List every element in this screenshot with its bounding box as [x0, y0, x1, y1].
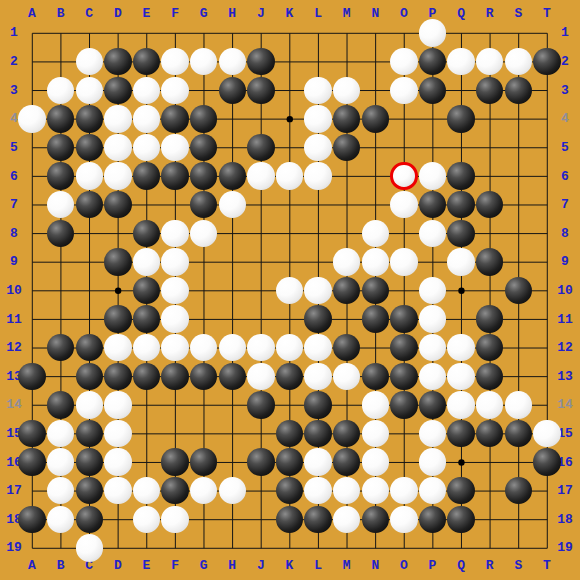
intersection-m6[interactable] — [332, 162, 361, 191]
intersection-p13[interactable] — [418, 362, 447, 391]
intersection-m2[interactable] — [332, 47, 361, 76]
intersection-p14[interactable] — [418, 391, 447, 420]
intersection-o9[interactable] — [390, 248, 419, 277]
intersection-m8[interactable] — [332, 219, 361, 248]
intersection-q8[interactable] — [447, 219, 476, 248]
intersection-j10[interactable] — [247, 276, 276, 305]
intersection-c7[interactable] — [75, 190, 104, 219]
intersection-m14[interactable] — [332, 391, 361, 420]
intersection-h16[interactable] — [218, 448, 247, 477]
intersection-e16[interactable] — [132, 448, 161, 477]
intersection-h19[interactable] — [218, 534, 247, 563]
intersection-n12[interactable] — [361, 333, 390, 362]
intersection-d18[interactable] — [104, 505, 133, 534]
intersection-p2[interactable] — [418, 47, 447, 76]
intersection-m5[interactable] — [332, 133, 361, 162]
intersection-d13[interactable] — [104, 362, 133, 391]
intersection-r14[interactable] — [475, 391, 504, 420]
intersection-b5[interactable] — [46, 133, 75, 162]
intersection-d12[interactable] — [104, 333, 133, 362]
intersection-l15[interactable] — [304, 419, 333, 448]
intersection-n6[interactable] — [361, 162, 390, 191]
intersection-n3[interactable] — [361, 76, 390, 105]
intersection-s3[interactable] — [504, 76, 533, 105]
intersection-b19[interactable] — [46, 534, 75, 563]
intersection-m9[interactable] — [332, 248, 361, 277]
intersection-h8[interactable] — [218, 219, 247, 248]
intersection-r18[interactable] — [475, 505, 504, 534]
intersection-s9[interactable] — [504, 248, 533, 277]
intersection-t6[interactable] — [533, 162, 562, 191]
intersection-m1[interactable] — [332, 19, 361, 48]
intersection-s4[interactable] — [504, 105, 533, 134]
intersection-g4[interactable] — [189, 105, 218, 134]
intersection-j3[interactable] — [247, 76, 276, 105]
intersection-h7[interactable] — [218, 190, 247, 219]
intersection-o6[interactable] — [390, 162, 419, 191]
intersection-r8[interactable] — [475, 219, 504, 248]
intersection-n9[interactable] — [361, 248, 390, 277]
intersection-o16[interactable] — [390, 448, 419, 477]
intersection-r4[interactable] — [475, 105, 504, 134]
intersection-m18[interactable] — [332, 505, 361, 534]
intersection-j11[interactable] — [247, 305, 276, 334]
intersection-k2[interactable] — [275, 47, 304, 76]
intersection-q3[interactable] — [447, 76, 476, 105]
intersection-e19[interactable] — [132, 534, 161, 563]
intersection-e1[interactable] — [132, 19, 161, 48]
intersection-a11[interactable] — [18, 305, 47, 334]
intersection-f6[interactable] — [161, 162, 190, 191]
intersection-t5[interactable] — [533, 133, 562, 162]
intersection-a18[interactable] — [18, 505, 47, 534]
intersection-t14[interactable] — [533, 391, 562, 420]
intersection-m3[interactable] — [332, 76, 361, 105]
intersection-j14[interactable] — [247, 391, 276, 420]
intersection-a3[interactable] — [18, 76, 47, 105]
intersection-a8[interactable] — [18, 219, 47, 248]
intersection-n14[interactable] — [361, 391, 390, 420]
intersection-o10[interactable] — [390, 276, 419, 305]
intersection-a14[interactable] — [18, 391, 47, 420]
intersection-r10[interactable] — [475, 276, 504, 305]
intersection-l7[interactable] — [304, 190, 333, 219]
intersection-n4[interactable] — [361, 105, 390, 134]
intersection-c16[interactable] — [75, 448, 104, 477]
intersection-t8[interactable] — [533, 219, 562, 248]
intersection-q17[interactable] — [447, 476, 476, 505]
intersection-e6[interactable] — [132, 162, 161, 191]
intersection-b14[interactable] — [46, 391, 75, 420]
intersection-b18[interactable] — [46, 505, 75, 534]
intersection-a1[interactable] — [18, 19, 47, 48]
intersection-m16[interactable] — [332, 448, 361, 477]
intersection-h18[interactable] — [218, 505, 247, 534]
intersection-b10[interactable] — [46, 276, 75, 305]
intersection-r7[interactable] — [475, 190, 504, 219]
intersection-b7[interactable] — [46, 190, 75, 219]
intersection-a5[interactable] — [18, 133, 47, 162]
intersection-f13[interactable] — [161, 362, 190, 391]
intersection-a2[interactable] — [18, 47, 47, 76]
intersection-e17[interactable] — [132, 476, 161, 505]
intersection-p17[interactable] — [418, 476, 447, 505]
intersection-j19[interactable] — [247, 534, 276, 563]
intersection-j2[interactable] — [247, 47, 276, 76]
intersection-m10[interactable] — [332, 276, 361, 305]
intersection-m12[interactable] — [332, 333, 361, 362]
intersection-k7[interactable] — [275, 190, 304, 219]
intersection-f16[interactable] — [161, 448, 190, 477]
intersection-f3[interactable] — [161, 76, 190, 105]
intersection-m15[interactable] — [332, 419, 361, 448]
intersection-g12[interactable] — [189, 333, 218, 362]
intersection-f7[interactable] — [161, 190, 190, 219]
intersection-n1[interactable] — [361, 19, 390, 48]
intersection-k11[interactable] — [275, 305, 304, 334]
intersection-p6[interactable] — [418, 162, 447, 191]
intersection-n10[interactable] — [361, 276, 390, 305]
intersection-m11[interactable] — [332, 305, 361, 334]
intersection-r15[interactable] — [475, 419, 504, 448]
intersection-h12[interactable] — [218, 333, 247, 362]
intersection-c6[interactable] — [75, 162, 104, 191]
intersection-n16[interactable] — [361, 448, 390, 477]
intersection-s1[interactable] — [504, 19, 533, 48]
intersection-c17[interactable] — [75, 476, 104, 505]
intersection-b11[interactable] — [46, 305, 75, 334]
intersection-t18[interactable] — [533, 505, 562, 534]
intersection-s13[interactable] — [504, 362, 533, 391]
intersection-b6[interactable] — [46, 162, 75, 191]
intersection-h4[interactable] — [218, 105, 247, 134]
intersection-m7[interactable] — [332, 190, 361, 219]
intersection-s7[interactable] — [504, 190, 533, 219]
intersection-d9[interactable] — [104, 248, 133, 277]
intersection-c14[interactable] — [75, 391, 104, 420]
intersection-d5[interactable] — [104, 133, 133, 162]
intersection-q9[interactable] — [447, 248, 476, 277]
intersection-n17[interactable] — [361, 476, 390, 505]
intersection-p8[interactable] — [418, 219, 447, 248]
intersection-h3[interactable] — [218, 76, 247, 105]
intersection-a7[interactable] — [18, 190, 47, 219]
intersection-o12[interactable] — [390, 333, 419, 362]
intersection-q1[interactable] — [447, 19, 476, 48]
intersection-f17[interactable] — [161, 476, 190, 505]
intersection-f11[interactable] — [161, 305, 190, 334]
intersection-l14[interactable] — [304, 391, 333, 420]
intersection-s12[interactable] — [504, 333, 533, 362]
intersection-o17[interactable] — [390, 476, 419, 505]
intersection-c13[interactable] — [75, 362, 104, 391]
intersection-k3[interactable] — [275, 76, 304, 105]
intersection-j4[interactable] — [247, 105, 276, 134]
intersection-l16[interactable] — [304, 448, 333, 477]
intersection-q6[interactable] — [447, 162, 476, 191]
intersection-j17[interactable] — [247, 476, 276, 505]
intersection-l3[interactable] — [304, 76, 333, 105]
intersection-c2[interactable] — [75, 47, 104, 76]
intersection-r13[interactable] — [475, 362, 504, 391]
intersection-g19[interactable] — [189, 534, 218, 563]
intersection-k16[interactable] — [275, 448, 304, 477]
intersection-s2[interactable] — [504, 47, 533, 76]
intersection-d2[interactable] — [104, 47, 133, 76]
intersection-l6[interactable] — [304, 162, 333, 191]
intersection-e8[interactable] — [132, 219, 161, 248]
intersection-r16[interactable] — [475, 448, 504, 477]
intersection-g3[interactable] — [189, 76, 218, 105]
intersection-r17[interactable] — [475, 476, 504, 505]
intersection-k13[interactable] — [275, 362, 304, 391]
intersection-t10[interactable] — [533, 276, 562, 305]
intersection-o1[interactable] — [390, 19, 419, 48]
intersection-g9[interactable] — [189, 248, 218, 277]
intersection-o4[interactable] — [390, 105, 419, 134]
intersection-k1[interactable] — [275, 19, 304, 48]
intersection-p9[interactable] — [418, 248, 447, 277]
intersection-o11[interactable] — [390, 305, 419, 334]
intersection-g11[interactable] — [189, 305, 218, 334]
intersection-a4[interactable] — [18, 105, 47, 134]
intersection-a16[interactable] — [18, 448, 47, 477]
intersection-q5[interactable] — [447, 133, 476, 162]
intersection-b12[interactable] — [46, 333, 75, 362]
intersection-r3[interactable] — [475, 76, 504, 105]
intersection-c11[interactable] — [75, 305, 104, 334]
intersection-e7[interactable] — [132, 190, 161, 219]
intersection-c9[interactable] — [75, 248, 104, 277]
intersection-g2[interactable] — [189, 47, 218, 76]
intersection-l19[interactable] — [304, 534, 333, 563]
intersection-s5[interactable] — [504, 133, 533, 162]
intersection-t17[interactable] — [533, 476, 562, 505]
intersection-c8[interactable] — [75, 219, 104, 248]
intersection-q13[interactable] — [447, 362, 476, 391]
intersection-o13[interactable] — [390, 362, 419, 391]
intersection-s6[interactable] — [504, 162, 533, 191]
intersection-f8[interactable] — [161, 219, 190, 248]
intersection-r6[interactable] — [475, 162, 504, 191]
intersection-n18[interactable] — [361, 505, 390, 534]
intersection-d19[interactable] — [104, 534, 133, 563]
intersection-b2[interactable] — [46, 47, 75, 76]
intersection-q4[interactable] — [447, 105, 476, 134]
intersection-r19[interactable] — [475, 534, 504, 563]
intersection-e15[interactable] — [132, 419, 161, 448]
intersection-f10[interactable] — [161, 276, 190, 305]
intersection-n2[interactable] — [361, 47, 390, 76]
intersection-b17[interactable] — [46, 476, 75, 505]
intersection-g15[interactable] — [189, 419, 218, 448]
intersection-d11[interactable] — [104, 305, 133, 334]
intersection-g13[interactable] — [189, 362, 218, 391]
intersection-o3[interactable] — [390, 76, 419, 105]
intersection-t16[interactable] — [533, 448, 562, 477]
intersection-t19[interactable] — [533, 534, 562, 563]
intersection-e9[interactable] — [132, 248, 161, 277]
intersection-a17[interactable] — [18, 476, 47, 505]
intersection-f12[interactable] — [161, 333, 190, 362]
intersection-o14[interactable] — [390, 391, 419, 420]
intersection-a13[interactable] — [18, 362, 47, 391]
intersection-q7[interactable] — [447, 190, 476, 219]
intersection-e3[interactable] — [132, 76, 161, 105]
intersection-j16[interactable] — [247, 448, 276, 477]
intersection-f19[interactable] — [161, 534, 190, 563]
intersection-l10[interactable] — [304, 276, 333, 305]
intersection-p11[interactable] — [418, 305, 447, 334]
intersection-p12[interactable] — [418, 333, 447, 362]
intersection-e13[interactable] — [132, 362, 161, 391]
intersection-s8[interactable] — [504, 219, 533, 248]
intersection-l9[interactable] — [304, 248, 333, 277]
intersection-t11[interactable] — [533, 305, 562, 334]
intersection-p19[interactable] — [418, 534, 447, 563]
intersection-r1[interactable] — [475, 19, 504, 48]
intersection-e2[interactable] — [132, 47, 161, 76]
intersection-f18[interactable] — [161, 505, 190, 534]
intersection-q15[interactable] — [447, 419, 476, 448]
intersection-q10[interactable] — [447, 276, 476, 305]
intersection-q11[interactable] — [447, 305, 476, 334]
intersection-t7[interactable] — [533, 190, 562, 219]
intersection-h13[interactable] — [218, 362, 247, 391]
intersection-g1[interactable] — [189, 19, 218, 48]
intersection-e12[interactable] — [132, 333, 161, 362]
intersection-h2[interactable] — [218, 47, 247, 76]
intersection-p15[interactable] — [418, 419, 447, 448]
intersection-o18[interactable] — [390, 505, 419, 534]
intersection-l2[interactable] — [304, 47, 333, 76]
intersection-a6[interactable] — [18, 162, 47, 191]
intersection-l12[interactable] — [304, 333, 333, 362]
intersection-b3[interactable] — [46, 76, 75, 105]
intersection-h17[interactable] — [218, 476, 247, 505]
intersection-g14[interactable] — [189, 391, 218, 420]
intersection-d7[interactable] — [104, 190, 133, 219]
intersection-e18[interactable] — [132, 505, 161, 534]
intersection-e14[interactable] — [132, 391, 161, 420]
intersection-c3[interactable] — [75, 76, 104, 105]
intersection-k15[interactable] — [275, 419, 304, 448]
intersection-g6[interactable] — [189, 162, 218, 191]
intersection-t9[interactable] — [533, 248, 562, 277]
intersection-d14[interactable] — [104, 391, 133, 420]
intersection-k18[interactable] — [275, 505, 304, 534]
intersection-a15[interactable] — [18, 419, 47, 448]
intersection-l11[interactable] — [304, 305, 333, 334]
intersection-q18[interactable] — [447, 505, 476, 534]
intersection-t1[interactable] — [533, 19, 562, 48]
intersection-l1[interactable] — [304, 19, 333, 48]
intersection-g18[interactable] — [189, 505, 218, 534]
intersection-o2[interactable] — [390, 47, 419, 76]
intersection-f2[interactable] — [161, 47, 190, 76]
intersection-c4[interactable] — [75, 105, 104, 134]
intersection-c18[interactable] — [75, 505, 104, 534]
intersection-a10[interactable] — [18, 276, 47, 305]
intersection-s11[interactable] — [504, 305, 533, 334]
intersection-t3[interactable] — [533, 76, 562, 105]
intersection-k5[interactable] — [275, 133, 304, 162]
intersection-g8[interactable] — [189, 219, 218, 248]
intersection-l13[interactable] — [304, 362, 333, 391]
intersection-m4[interactable] — [332, 105, 361, 134]
intersection-c5[interactable] — [75, 133, 104, 162]
intersection-h15[interactable] — [218, 419, 247, 448]
intersection-t2[interactable] — [533, 47, 562, 76]
intersection-d3[interactable] — [104, 76, 133, 105]
intersection-j15[interactable] — [247, 419, 276, 448]
intersection-n7[interactable] — [361, 190, 390, 219]
intersection-b1[interactable] — [46, 19, 75, 48]
intersection-g10[interactable] — [189, 276, 218, 305]
intersection-l4[interactable] — [304, 105, 333, 134]
intersection-f14[interactable] — [161, 391, 190, 420]
intersection-o5[interactable] — [390, 133, 419, 162]
intersection-q2[interactable] — [447, 47, 476, 76]
intersection-h9[interactable] — [218, 248, 247, 277]
intersection-d4[interactable] — [104, 105, 133, 134]
intersection-b13[interactable] — [46, 362, 75, 391]
intersection-j18[interactable] — [247, 505, 276, 534]
intersection-n5[interactable] — [361, 133, 390, 162]
intersection-g5[interactable] — [189, 133, 218, 162]
intersection-d17[interactable] — [104, 476, 133, 505]
intersection-h6[interactable] — [218, 162, 247, 191]
intersection-p4[interactable] — [418, 105, 447, 134]
intersection-o8[interactable] — [390, 219, 419, 248]
intersection-f15[interactable] — [161, 419, 190, 448]
intersection-d1[interactable] — [104, 19, 133, 48]
intersection-l5[interactable] — [304, 133, 333, 162]
intersection-b8[interactable] — [46, 219, 75, 248]
intersection-o19[interactable] — [390, 534, 419, 563]
intersection-r12[interactable] — [475, 333, 504, 362]
intersection-q16[interactable] — [447, 448, 476, 477]
intersection-p18[interactable] — [418, 505, 447, 534]
intersection-r5[interactable] — [475, 133, 504, 162]
intersection-k8[interactable] — [275, 219, 304, 248]
intersection-n8[interactable] — [361, 219, 390, 248]
intersection-b9[interactable] — [46, 248, 75, 277]
intersection-l18[interactable] — [304, 505, 333, 534]
intersection-t12[interactable] — [533, 333, 562, 362]
intersection-n15[interactable] — [361, 419, 390, 448]
intersection-j12[interactable] — [247, 333, 276, 362]
intersection-e10[interactable] — [132, 276, 161, 305]
intersection-f4[interactable] — [161, 105, 190, 134]
intersection-b15[interactable] — [46, 419, 75, 448]
intersection-d15[interactable] — [104, 419, 133, 448]
intersection-b16[interactable] — [46, 448, 75, 477]
intersection-c19[interactable] — [75, 534, 104, 563]
intersection-j9[interactable] — [247, 248, 276, 277]
intersection-s10[interactable] — [504, 276, 533, 305]
intersection-q12[interactable] — [447, 333, 476, 362]
intersection-l17[interactable] — [304, 476, 333, 505]
intersection-e5[interactable] — [132, 133, 161, 162]
intersection-k19[interactable] — [275, 534, 304, 563]
intersection-d6[interactable] — [104, 162, 133, 191]
intersection-b4[interactable] — [46, 105, 75, 134]
intersection-j7[interactable] — [247, 190, 276, 219]
intersection-r11[interactable] — [475, 305, 504, 334]
intersection-j1[interactable] — [247, 19, 276, 48]
intersection-p1[interactable] — [418, 19, 447, 48]
